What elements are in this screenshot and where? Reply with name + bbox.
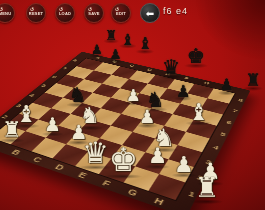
coordinate-label: 8: [237, 98, 244, 103]
coordinate-label: 4: [27, 93, 36, 98]
piece-shadow: [145, 164, 170, 169]
black-pawn-b7[interactable]: ♟: [109, 48, 121, 61]
coordinate-label: F: [184, 77, 190, 81]
white-rook-h1[interactable]: ♜: [195, 175, 219, 202]
left-arrow-icon: ⬅: [146, 8, 154, 19]
black-pawn-a7[interactable]: ♟: [91, 43, 103, 56]
coordinate-label: D: [53, 163, 66, 172]
coordinate-label: F: [100, 179, 112, 189]
piece-shadow: [89, 53, 104, 58]
white-queen-d1[interactable]: ♛: [82, 138, 108, 168]
coordinate-label: C: [31, 155, 44, 164]
coordinate-label: 4: [212, 144, 220, 151]
piece-shadow: [171, 173, 197, 178]
black-bishop-b8[interactable]: ♝: [121, 31, 135, 47]
menu-button[interactable]: ↺MENU: [0, 3, 15, 23]
black-pawn-f6[interactable]: ♟: [176, 83, 191, 99]
white-pawn-b2[interactable]: ♟: [44, 116, 61, 135]
reset-button[interactable]: ↺RESET: [26, 3, 46, 23]
black-king-f8[interactable]: ♚: [187, 46, 205, 66]
piece-shadow: [103, 39, 119, 44]
white-pawn-d5[interactable]: ♟: [126, 87, 141, 104]
white-bishop-g5[interactable]: ♝: [188, 100, 209, 123]
coordinate-label: 7: [61, 66, 69, 70]
black-bishop-c8[interactable]: ♝: [138, 36, 153, 52]
piece-shadow: [136, 49, 155, 54]
black-rook-captured[interactable]: ♜: [245, 72, 261, 89]
coordinate-label: E: [76, 170, 89, 180]
piece-shadow: [41, 132, 63, 137]
piece-shadow: [108, 58, 124, 63]
coordinate-label: 5: [219, 131, 227, 138]
piece-shadow: [184, 63, 208, 68]
coordinate-label: B: [9, 148, 22, 157]
chess-app-window: AABBCCDDEEFFGGHH1122334455667788 ♜♛♚♜♝♟♟…: [0, 0, 265, 210]
white-pawn-g2[interactable]: ♟: [174, 154, 194, 176]
coordinate-label: D: [146, 68, 153, 72]
piece-shadow: [243, 86, 263, 91]
toolbar: ↺MENU ↺RESET ↺LOAD ↺SAVE ↺EDIT ⬅ f6 e4: [0, 0, 265, 24]
coordinate-label: A: [0, 141, 2, 149]
white-rook-a1[interactable]: ♜: [2, 119, 22, 141]
coordinate-label: 6: [51, 75, 59, 80]
coordinate-label: 7: [232, 108, 239, 114]
piece-shadow: [159, 75, 183, 80]
last-move-text: f6 e4: [163, 6, 188, 16]
piece-shadow: [78, 165, 112, 170]
load-button[interactable]: ↺LOAD: [55, 3, 75, 23]
coordinate-label: C: [129, 64, 136, 68]
piece-shadow: [185, 120, 212, 125]
coordinate-label: H: [152, 196, 165, 207]
coordinate-label: G: [203, 81, 210, 85]
piece-shadow: [124, 101, 143, 106]
piece-shadow: [104, 173, 142, 178]
undo-move-button[interactable]: ⬅: [140, 3, 160, 23]
coordinate-label: 5: [39, 83, 47, 88]
save-button[interactable]: ↺SAVE: [84, 3, 104, 23]
white-king-e1[interactable]: ♚: [109, 144, 138, 177]
black-pawn-h7[interactable]: ♟: [220, 77, 234, 93]
black-queen-e7[interactable]: ♛: [162, 58, 180, 78]
coordinate-label: 8: [71, 58, 78, 62]
black-rook-a8[interactable]: ♜: [105, 29, 117, 42]
white-pawn-f2[interactable]: ♟: [148, 146, 167, 167]
coordinate-label: 6: [226, 119, 233, 125]
edit-button[interactable]: ↺EDIT: [111, 3, 131, 23]
coordinate-label: G: [126, 187, 140, 198]
